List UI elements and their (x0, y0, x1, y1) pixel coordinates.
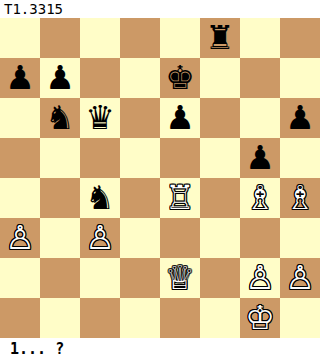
square-d2[interactable] (120, 258, 160, 298)
square-h5[interactable] (280, 138, 320, 178)
square-g7[interactable] (240, 58, 280, 98)
black-pawn-piece: ♟ (40, 58, 80, 98)
square-g1[interactable]: ♔ (240, 298, 280, 338)
puzzle-title: T1.3315 (0, 0, 320, 18)
square-g8[interactable] (240, 18, 280, 58)
white-king-piece: ♔ (240, 298, 280, 338)
square-f8[interactable]: ♜ (200, 18, 240, 58)
square-h6[interactable]: ♟ (280, 98, 320, 138)
white-pawn-piece: ♙ (280, 258, 320, 298)
white-bishop-piece: ♗ (240, 178, 280, 218)
square-b3[interactable] (40, 218, 80, 258)
square-h3[interactable] (280, 218, 320, 258)
square-a4[interactable] (0, 178, 40, 218)
square-c3[interactable]: ♙ (80, 218, 120, 258)
square-c5[interactable] (80, 138, 120, 178)
square-a8[interactable] (0, 18, 40, 58)
square-a3[interactable]: ♙ (0, 218, 40, 258)
black-queen-piece: ♛ (80, 98, 120, 138)
square-c2[interactable] (80, 258, 120, 298)
square-d4[interactable] (120, 178, 160, 218)
white-pawn-piece: ♙ (80, 218, 120, 258)
square-d7[interactable] (120, 58, 160, 98)
square-c1[interactable] (80, 298, 120, 338)
square-h1[interactable] (280, 298, 320, 338)
black-knight-piece: ♞ (80, 178, 120, 218)
white-queen-piece: ♕ (160, 258, 200, 298)
square-b8[interactable] (40, 18, 80, 58)
square-b2[interactable] (40, 258, 80, 298)
square-f3[interactable] (200, 218, 240, 258)
move-prompt: 1... ? (0, 338, 320, 360)
square-g2[interactable]: ♙ (240, 258, 280, 298)
square-g5[interactable]: ♟ (240, 138, 280, 178)
square-e5[interactable] (160, 138, 200, 178)
square-a1[interactable] (0, 298, 40, 338)
chess-board: ♜♟♟♚♞♛♟♟♟♞♖♗♗♙♙♕♙♙♔ (0, 18, 320, 338)
black-knight-piece: ♞ (40, 98, 80, 138)
black-rook-piece: ♜ (200, 18, 240, 58)
square-e4[interactable]: ♖ (160, 178, 200, 218)
square-a2[interactable] (0, 258, 40, 298)
square-a7[interactable]: ♟ (0, 58, 40, 98)
square-f6[interactable] (200, 98, 240, 138)
square-d3[interactable] (120, 218, 160, 258)
square-f4[interactable] (200, 178, 240, 218)
white-bishop-piece: ♗ (280, 178, 320, 218)
square-h2[interactable]: ♙ (280, 258, 320, 298)
square-e3[interactable] (160, 218, 200, 258)
chess-puzzle-app: T1.3315 ♜♟♟♚♞♛♟♟♟♞♖♗♗♙♙♕♙♙♔ 1... ? (0, 0, 320, 360)
black-pawn-piece: ♟ (0, 58, 40, 98)
square-e1[interactable] (160, 298, 200, 338)
square-e2[interactable]: ♕ (160, 258, 200, 298)
square-f7[interactable] (200, 58, 240, 98)
square-c8[interactable] (80, 18, 120, 58)
square-f5[interactable] (200, 138, 240, 178)
square-d6[interactable] (120, 98, 160, 138)
black-pawn-piece: ♟ (240, 138, 280, 178)
square-g4[interactable]: ♗ (240, 178, 280, 218)
white-pawn-piece: ♙ (240, 258, 280, 298)
black-pawn-piece: ♟ (280, 98, 320, 138)
square-g6[interactable] (240, 98, 280, 138)
square-h4[interactable]: ♗ (280, 178, 320, 218)
black-pawn-piece: ♟ (160, 98, 200, 138)
square-d1[interactable] (120, 298, 160, 338)
white-rook-piece: ♖ (160, 178, 200, 218)
square-c7[interactable] (80, 58, 120, 98)
black-king-piece: ♚ (160, 58, 200, 98)
square-b7[interactable]: ♟ (40, 58, 80, 98)
square-d8[interactable] (120, 18, 160, 58)
square-a5[interactable] (0, 138, 40, 178)
square-g3[interactable] (240, 218, 280, 258)
square-h7[interactable] (280, 58, 320, 98)
square-e6[interactable]: ♟ (160, 98, 200, 138)
square-h8[interactable] (280, 18, 320, 58)
square-e7[interactable]: ♚ (160, 58, 200, 98)
square-b4[interactable] (40, 178, 80, 218)
square-d5[interactable] (120, 138, 160, 178)
square-f1[interactable] (200, 298, 240, 338)
square-a6[interactable] (0, 98, 40, 138)
white-pawn-piece: ♙ (0, 218, 40, 258)
square-b5[interactable] (40, 138, 80, 178)
square-f2[interactable] (200, 258, 240, 298)
square-b6[interactable]: ♞ (40, 98, 80, 138)
square-e8[interactable] (160, 18, 200, 58)
square-b1[interactable] (40, 298, 80, 338)
square-c4[interactable]: ♞ (80, 178, 120, 218)
square-c6[interactable]: ♛ (80, 98, 120, 138)
